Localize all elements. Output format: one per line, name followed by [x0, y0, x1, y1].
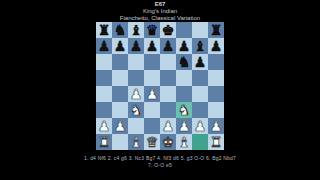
square-f1[interactable]: ♝ [176, 134, 192, 150]
square-c7[interactable]: ♟ [128, 38, 144, 54]
square-a3[interactable] [96, 102, 112, 118]
square-h2[interactable]: ♟ [208, 118, 224, 134]
square-d4[interactable]: ♟ [144, 86, 160, 102]
square-d6[interactable] [144, 54, 160, 70]
square-g3[interactable] [192, 102, 208, 118]
square-h1[interactable]: ♜ [208, 134, 224, 150]
square-b1[interactable] [112, 134, 128, 150]
square-h6[interactable] [208, 54, 224, 70]
black-rook-a8: ♜ [98, 22, 111, 38]
variation-name: Fianchetto, Classical Variation [0, 15, 320, 22]
white-king-e1: ♚ [162, 134, 175, 150]
square-d2[interactable] [144, 118, 160, 134]
square-a8[interactable]: ♜ [96, 22, 112, 38]
white-pawn-g2: ♟ [194, 118, 207, 134]
black-pawn-b7: ♟ [114, 38, 127, 54]
square-c3[interactable]: ♞ [128, 102, 144, 118]
square-g8[interactable] [192, 22, 208, 38]
square-b6[interactable] [112, 54, 128, 70]
move-list: 1. d4 Nf6 2. c4 g6 3. Nc3 Bg7 4. Nf3 d6 … [0, 155, 320, 169]
black-pawn-f7: ♟ [178, 38, 191, 54]
square-d1[interactable]: ♛ [144, 134, 160, 150]
white-pawn-b2: ♟ [114, 118, 127, 134]
square-d8[interactable]: ♛ [144, 22, 160, 38]
square-g1[interactable] [192, 134, 208, 150]
square-f5[interactable] [176, 70, 192, 86]
opening-name: King's Indian [0, 8, 320, 15]
white-rook-a1: ♜ [98, 134, 111, 150]
black-pawn-c7: ♟ [130, 38, 143, 54]
white-pawn-f2: ♟ [178, 118, 191, 134]
white-knight-c3: ♞ [130, 102, 143, 118]
square-e1[interactable]: ♚ [160, 134, 176, 150]
square-c4[interactable]: ♟ [128, 86, 144, 102]
square-g7[interactable]: ♝ [192, 38, 208, 54]
square-d7[interactable]: ♟ [144, 38, 160, 54]
square-a4[interactable] [96, 86, 112, 102]
square-c8[interactable]: ♝ [128, 22, 144, 38]
white-bishop-c1: ♝ [130, 134, 143, 150]
black-bishop-g7: ♝ [194, 38, 207, 54]
black-pawn-d7: ♟ [146, 38, 159, 54]
square-c6[interactable] [128, 54, 144, 70]
square-h5[interactable] [208, 70, 224, 86]
square-a7[interactable]: ♟ [96, 38, 112, 54]
white-bishop-f1: ♝ [178, 134, 191, 150]
square-g4[interactable] [192, 86, 208, 102]
black-king-e8: ♚ [162, 22, 175, 38]
square-h7[interactable]: ♟ [208, 38, 224, 54]
square-b7[interactable]: ♟ [112, 38, 128, 54]
white-rook-h1: ♜ [210, 134, 223, 150]
white-pawn-d4: ♟ [146, 86, 159, 102]
square-b5[interactable] [112, 70, 128, 86]
square-e6[interactable] [160, 54, 176, 70]
black-pawn-h7: ♟ [210, 38, 223, 54]
white-pawn-c4: ♟ [130, 86, 143, 102]
square-b4[interactable] [112, 86, 128, 102]
moves-line-1: 1. d4 Nf6 2. c4 g6 3. Nc3 Bg7 4. Nf3 d6 … [0, 155, 320, 162]
square-a1[interactable]: ♜ [96, 134, 112, 150]
square-h3[interactable] [208, 102, 224, 118]
square-f3[interactable]: ♞ [176, 102, 192, 118]
square-h8[interactable]: ♜ [208, 22, 224, 38]
square-a6[interactable] [96, 54, 112, 70]
square-b3[interactable] [112, 102, 128, 118]
square-f7[interactable]: ♟ [176, 38, 192, 54]
square-a2[interactable]: ♟ [96, 118, 112, 134]
square-f8[interactable] [176, 22, 192, 38]
square-g6[interactable]: ♟ [192, 54, 208, 70]
black-bishop-c8: ♝ [130, 22, 143, 38]
white-pawn-a2: ♟ [98, 118, 111, 134]
square-d3[interactable] [144, 102, 160, 118]
square-b8[interactable]: ♞ [112, 22, 128, 38]
square-h4[interactable] [208, 86, 224, 102]
square-g2[interactable]: ♟ [192, 118, 208, 134]
black-knight-b8: ♞ [114, 22, 127, 38]
white-pawn-e2: ♟ [162, 118, 175, 134]
black-pawn-a7: ♟ [98, 38, 111, 54]
square-a5[interactable] [96, 70, 112, 86]
square-c1[interactable]: ♝ [128, 134, 144, 150]
white-queen-d1: ♛ [146, 134, 159, 150]
black-pawn-e7: ♟ [162, 38, 175, 54]
square-d5[interactable] [144, 70, 160, 86]
square-f6[interactable]: ♞ [176, 54, 192, 70]
black-queen-d8: ♛ [146, 22, 159, 38]
square-f2[interactable]: ♟ [176, 118, 192, 134]
square-e7[interactable]: ♟ [160, 38, 176, 54]
square-c5[interactable] [128, 70, 144, 86]
header: E67 King's Indian Fianchetto, Classical … [0, 1, 320, 22]
moves-line-2: 7. O-O e5 [0, 162, 320, 169]
black-knight-f6: ♞ [178, 54, 191, 70]
square-g5[interactable] [192, 70, 208, 86]
square-e8[interactable]: ♚ [160, 22, 176, 38]
square-e2[interactable]: ♟ [160, 118, 176, 134]
chess-board: ♜♞♝♛♚♜♟♟♟♟♟♟♝♟♞♟♟♟♞♞♟♟♟♟♟♟♜♝♛♚♝♜ [96, 22, 224, 150]
black-rook-h8: ♜ [210, 22, 223, 38]
white-pawn-h2: ♟ [210, 118, 223, 134]
eco-code: E67 [0, 1, 320, 8]
square-c2[interactable] [128, 118, 144, 134]
black-pawn-g6: ♟ [194, 54, 207, 70]
white-knight-f3: ♞ [178, 102, 191, 118]
square-f4[interactable] [176, 86, 192, 102]
square-e3[interactable] [160, 102, 176, 118]
square-e4[interactable] [160, 86, 176, 102]
square-e5[interactable] [160, 70, 176, 86]
square-b2[interactable]: ♟ [112, 118, 128, 134]
